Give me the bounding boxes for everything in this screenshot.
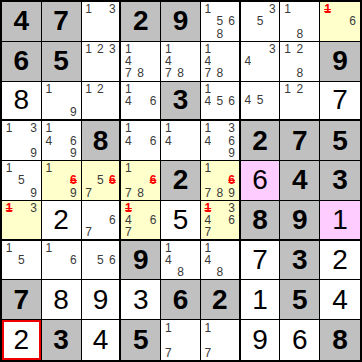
entered-digit: 9: [252, 326, 268, 354]
empty-candidate-slot: [226, 334, 238, 347]
candidate-1: 1: [122, 162, 134, 174]
empty-candidate-slot: [15, 226, 27, 238]
cell-r3c9[interactable]: 7: [320, 82, 360, 122]
cell-r3c1[interactable]: 8: [2, 82, 42, 122]
cell-r2c4[interactable]: 1478: [121, 42, 161, 82]
candidate-1: 1: [281, 43, 293, 55]
cell-r9c4[interactable]: 5: [121, 320, 161, 360]
pencil-marks: 12: [281, 83, 318, 119]
candidate-1: 1: [202, 321, 214, 334]
cell-r5c6[interactable]: 16789: [201, 161, 241, 201]
cell-r8c6[interactable]: 2: [201, 280, 241, 320]
empty-candidate-slot: [306, 95, 318, 107]
candidate-6: 6: [226, 135, 238, 147]
empty-candidate-slot: [55, 135, 67, 147]
candidate-1: 1: [281, 3, 293, 15]
empty-candidate-slot: [43, 187, 55, 199]
entered-digit: 8: [14, 86, 30, 114]
candidate-5: 5: [214, 95, 226, 107]
cell-r9c1[interactable]: 2: [2, 320, 42, 360]
cell-r4c8[interactable]: 7: [280, 121, 320, 161]
candidate-4: 4: [122, 135, 134, 147]
given-digit: 7: [292, 127, 308, 155]
empty-candidate-slot: [55, 162, 67, 174]
empty-candidate-slot: [135, 83, 147, 95]
empty-candidate-slot: [266, 83, 278, 95]
entered-digit: 1: [252, 286, 268, 314]
empty-candidate-slot: [187, 122, 199, 134]
candidate-1: 1: [3, 162, 15, 174]
candidate-1: 1: [122, 83, 134, 95]
empty-candidate-slot: [334, 15, 347, 27]
empty-candidate-slot: [135, 122, 147, 134]
cell-r9c5[interactable]: 17: [161, 320, 201, 360]
empty-candidate-slot: [187, 254, 199, 266]
candidate-8: 8: [294, 67, 306, 79]
cell-r5c3[interactable]: 567: [82, 161, 122, 201]
empty-candidate-slot: [83, 242, 95, 254]
candidate-6: 6: [67, 135, 79, 147]
empty-candidate-slot: [94, 226, 106, 238]
candidate-3: 3: [266, 3, 278, 15]
empty-candidate-slot: [242, 106, 254, 118]
cell-r8c5[interactable]: 6: [161, 280, 201, 320]
entered-digit: 8: [53, 286, 69, 314]
empty-candidate-slot: [254, 67, 266, 79]
candidate-1: 1: [3, 242, 15, 254]
pencil-marks: 146: [122, 83, 159, 119]
empty-candidate-slot: [106, 83, 118, 95]
given-digit: 3: [292, 246, 308, 274]
cell-r6c4[interactable]: 1467: [121, 201, 161, 241]
empty-candidate-slot: [266, 55, 278, 67]
given-digit: 9: [133, 246, 149, 274]
cell-r5c5[interactable]: 2: [161, 161, 201, 201]
given-digit: 7: [14, 286, 30, 314]
empty-candidate-slot: [214, 147, 226, 159]
candidate-7: 7: [202, 67, 214, 79]
empty-candidate-slot: [214, 122, 226, 134]
empty-candidate-slot: [28, 135, 40, 147]
cell-r6c7[interactable]: 8: [241, 201, 281, 241]
empty-candidate-slot: [306, 55, 318, 67]
empty-candidate-slot: [94, 202, 106, 214]
empty-candidate-slot: [242, 3, 254, 15]
cell-r5c2[interactable]: 169: [42, 161, 82, 201]
empty-candidate-slot: [15, 187, 27, 199]
cell-r6c3[interactable]: 67: [82, 201, 122, 241]
cell-r7c4[interactable]: 9: [121, 241, 161, 281]
empty-candidate-slot: [83, 55, 95, 67]
empty-candidate-slot: [226, 83, 238, 95]
empty-candidate-slot: [306, 67, 318, 79]
eliminated-candidate-6: 6: [106, 174, 118, 186]
candidate-9: 9: [226, 147, 238, 159]
cell-r8c3[interactable]: 9: [82, 280, 122, 320]
empty-candidate-slot: [214, 174, 226, 186]
empty-candidate-slot: [106, 106, 118, 118]
cell-r4c6[interactable]: 13469: [201, 121, 241, 161]
given-digit: 2: [133, 7, 149, 35]
entered-digit: 2: [14, 326, 30, 354]
cell-r6c2[interactable]: 2: [42, 201, 82, 241]
candidate-8: 8: [214, 28, 226, 40]
cell-r8c7[interactable]: 1: [241, 280, 281, 320]
empty-candidate-slot: [55, 266, 67, 278]
cell-r6c1[interactable]: 13: [2, 201, 42, 241]
cell-r4c3[interactable]: 8: [82, 121, 122, 161]
cell-r2c1[interactable]: 6: [2, 42, 42, 82]
empty-candidate-slot: [3, 147, 15, 159]
empty-candidate-slot: [266, 28, 278, 40]
pencil-marks: 1478: [162, 43, 199, 80]
entered-digit: 2: [332, 246, 348, 274]
cell-r5c8[interactable]: 4: [280, 161, 320, 201]
empty-candidate-slot: [294, 95, 306, 107]
empty-candidate-slot: [94, 266, 106, 278]
candidate-6: 6: [226, 15, 238, 27]
cell-r2c8[interactable]: 128: [280, 42, 320, 82]
empty-candidate-slot: [174, 122, 186, 134]
empty-candidate-slot: [266, 15, 278, 27]
pencil-marks: 1456: [202, 83, 238, 119]
given-digit: 9: [332, 47, 348, 75]
candidate-1: 1: [202, 3, 214, 15]
empty-candidate-slot: [83, 202, 95, 214]
empty-candidate-slot: [147, 43, 159, 55]
empty-candidate-slot: [202, 15, 214, 27]
cell-r5c4[interactable]: 1678: [121, 161, 161, 201]
empty-candidate-slot: [147, 122, 159, 134]
cell-r8c4[interactable]: 3: [121, 280, 161, 320]
empty-candidate-slot: [94, 28, 106, 40]
cell-r9c2[interactable]: 3: [42, 320, 82, 360]
empty-candidate-slot: [226, 67, 238, 79]
empty-candidate-slot: [55, 174, 67, 186]
empty-candidate-slot: [214, 226, 226, 238]
candidate-7: 7: [202, 346, 214, 359]
cell-r3c6[interactable]: 1456: [201, 82, 241, 122]
cell-r9c3[interactable]: 4: [82, 320, 122, 360]
cell-r3c7[interactable]: 45: [241, 82, 281, 122]
empty-candidate-slot: [122, 107, 134, 119]
empty-candidate-slot: [202, 266, 214, 278]
candidate-6: 6: [346, 15, 359, 27]
empty-candidate-slot: [83, 266, 95, 278]
empty-candidate-slot: [106, 226, 118, 238]
candidate-2: 2: [94, 43, 106, 55]
given-digit: 8: [93, 127, 109, 155]
cell-r7c1[interactable]: 15: [2, 241, 42, 281]
cell-r4c5[interactable]: 14: [161, 121, 201, 161]
cell-r7c8[interactable]: 3: [280, 241, 320, 281]
empty-candidate-slot: [187, 55, 199, 67]
cell-r1c7[interactable]: 35: [241, 2, 281, 42]
empty-candidate-slot: [83, 214, 95, 226]
pencil-marks: 1678: [122, 162, 159, 199]
candidate-8: 8: [214, 67, 226, 79]
cell-r1c1[interactable]: 4: [2, 2, 42, 42]
given-digit: 7: [53, 7, 69, 35]
empty-candidate-slot: [346, 28, 359, 40]
given-digit: 8: [332, 326, 348, 354]
empty-candidate-slot: [242, 28, 254, 40]
empty-candidate-slot: [122, 147, 134, 159]
empty-candidate-slot: [147, 55, 159, 67]
cell-r1c5[interactable]: 9: [161, 2, 201, 42]
empty-candidate-slot: [226, 43, 238, 55]
candidate-6: 6: [147, 95, 159, 107]
cell-r5c9[interactable]: 3: [320, 161, 360, 201]
empty-candidate-slot: [187, 147, 199, 159]
cell-r1c2[interactable]: 7: [42, 2, 82, 42]
empty-candidate-slot: [83, 95, 95, 107]
candidate-5: 5: [15, 254, 27, 266]
empty-candidate-slot: [55, 187, 67, 199]
pencil-marks: 45: [242, 83, 279, 119]
empty-candidate-slot: [28, 266, 40, 278]
pencil-marks: 159: [3, 162, 40, 199]
cell-r5c7[interactable]: 6: [241, 161, 281, 201]
empty-candidate-slot: [15, 202, 27, 214]
cell-r1c4[interactable]: 2: [121, 2, 161, 42]
cell-r4c7[interactable]: 2: [241, 121, 281, 161]
cell-r2c9[interactable]: 9: [320, 42, 360, 82]
pencil-marks: 12: [83, 83, 119, 119]
empty-candidate-slot: [226, 242, 238, 254]
empty-candidate-slot: [214, 214, 226, 226]
candidate-6: 6: [106, 214, 118, 226]
pencil-marks: 146: [122, 122, 159, 159]
given-digit: 3: [53, 326, 69, 354]
candidate-1: 1: [162, 122, 174, 134]
eliminated-candidate-1: 1: [3, 202, 15, 214]
cell-r5c1[interactable]: 159: [2, 161, 42, 201]
empty-candidate-slot: [135, 226, 147, 238]
empty-candidate-slot: [28, 162, 40, 174]
empty-candidate-slot: [135, 135, 147, 147]
candidate-1: 1: [122, 122, 134, 134]
empty-candidate-slot: [306, 106, 318, 118]
empty-candidate-slot: [254, 106, 266, 118]
empty-candidate-slot: [187, 346, 199, 359]
candidate-3: 3: [226, 122, 238, 134]
pencil-marks: 14: [162, 122, 199, 159]
cell-r2c2[interactable]: 5: [42, 42, 82, 82]
empty-candidate-slot: [226, 107, 238, 119]
empty-candidate-slot: [135, 95, 147, 107]
empty-candidate-slot: [15, 214, 27, 226]
cell-r6c5[interactable]: 5: [161, 201, 201, 241]
empty-candidate-slot: [94, 15, 106, 27]
cell-r3c8[interactable]: 12: [280, 82, 320, 122]
empty-candidate-slot: [306, 28, 318, 40]
empty-candidate-slot: [43, 254, 55, 266]
candidate-5: 5: [254, 94, 266, 106]
empty-candidate-slot: [55, 106, 67, 118]
cell-r2c3[interactable]: 123: [82, 42, 122, 82]
empty-candidate-slot: [226, 321, 238, 334]
candidate-4: 4: [122, 95, 134, 107]
cell-r2c7[interactable]: 34: [241, 42, 281, 82]
empty-candidate-slot: [281, 55, 293, 67]
empty-candidate-slot: [214, 83, 226, 95]
given-digit: 6: [14, 47, 30, 75]
empty-candidate-slot: [67, 122, 79, 134]
cell-r9c7[interactable]: 9: [241, 320, 281, 360]
cell-r3c4[interactable]: 146: [121, 82, 161, 122]
empty-candidate-slot: [187, 67, 199, 79]
empty-candidate-slot: [94, 106, 106, 118]
empty-candidate-slot: [135, 147, 147, 159]
given-digit: 9: [292, 206, 308, 234]
cell-r4c9[interactable]: 5: [320, 121, 360, 161]
empty-candidate-slot: [174, 334, 186, 347]
empty-candidate-slot: [3, 226, 15, 238]
candidate-9: 9: [226, 187, 238, 199]
empty-candidate-slot: [3, 254, 15, 266]
empty-candidate-slot: [306, 83, 318, 95]
empty-candidate-slot: [214, 321, 226, 334]
cell-r1c9[interactable]: 16: [320, 2, 360, 42]
candidate-1: 1: [281, 83, 293, 95]
cell-r4c4[interactable]: 146: [121, 121, 161, 161]
candidate-8: 8: [135, 187, 147, 199]
cell-r3c5[interactable]: 3: [161, 82, 201, 122]
candidate-1: 1: [43, 242, 55, 254]
cell-r6c8[interactable]: 9: [280, 201, 320, 241]
pencil-marks: 1469: [43, 122, 80, 159]
candidate-8: 8: [294, 28, 306, 40]
empty-candidate-slot: [83, 28, 95, 40]
cell-r7c3[interactable]: 56: [82, 241, 122, 281]
candidate-8: 8: [174, 266, 186, 278]
given-digit: 4: [292, 166, 308, 194]
empty-candidate-slot: [226, 226, 238, 238]
cell-r6c9[interactable]: 1: [320, 201, 360, 241]
candidate-6: 6: [147, 135, 159, 147]
empty-candidate-slot: [174, 346, 186, 359]
cell-r7c7[interactable]: 7: [241, 241, 281, 281]
pencil-marks: 35: [242, 3, 279, 40]
empty-candidate-slot: [174, 242, 186, 254]
candidate-5: 5: [214, 15, 226, 27]
cell-r1c8[interactable]: 18: [280, 2, 320, 42]
pencil-marks: 1478: [202, 43, 238, 80]
candidate-1: 1: [162, 321, 174, 334]
empty-candidate-slot: [135, 174, 147, 186]
empty-candidate-slot: [321, 15, 334, 27]
candidate-2: 2: [294, 83, 306, 95]
given-digit: 3: [332, 166, 348, 194]
candidate-8: 8: [214, 266, 226, 278]
empty-candidate-slot: [294, 106, 306, 118]
empty-candidate-slot: [281, 15, 293, 27]
empty-candidate-slot: [28, 174, 40, 186]
cell-r3c2[interactable]: 19: [42, 82, 82, 122]
empty-candidate-slot: [266, 94, 278, 106]
empty-candidate-slot: [3, 174, 15, 186]
eliminated-candidate-1: 1: [321, 3, 334, 15]
cell-r2c6[interactable]: 1478: [201, 42, 241, 82]
pencil-marks: 1467: [122, 202, 159, 238]
cell-r4c1[interactable]: 139: [2, 121, 42, 161]
empty-candidate-slot: [214, 202, 226, 214]
cell-r3c3[interactable]: 12: [82, 82, 122, 122]
empty-candidate-slot: [214, 334, 226, 347]
cell-r1c6[interactable]: 1568: [201, 2, 241, 42]
empty-candidate-slot: [242, 67, 254, 79]
cell-r2c5[interactable]: 1478: [161, 42, 201, 82]
empty-candidate-slot: [266, 67, 278, 79]
cell-r7c6[interactable]: 148: [201, 241, 241, 281]
cell-r8c9[interactable]: 4: [320, 280, 360, 320]
entered-digit: 3: [133, 286, 149, 314]
empty-candidate-slot: [43, 147, 55, 159]
empty-candidate-slot: [106, 95, 118, 107]
empty-candidate-slot: [15, 135, 27, 147]
candidate-7: 7: [202, 187, 214, 199]
empty-candidate-slot: [83, 67, 95, 79]
cell-r1c3[interactable]: 13: [82, 2, 122, 42]
empty-candidate-slot: [281, 106, 293, 118]
empty-candidate-slot: [55, 254, 67, 266]
empty-candidate-slot: [55, 122, 67, 134]
pencil-marks: 18: [281, 3, 318, 40]
candidate-9: 9: [67, 147, 79, 159]
cell-r6c6[interactable]: 13467: [201, 201, 241, 241]
candidate-6: 6: [147, 214, 159, 226]
cell-r8c2[interactable]: 8: [42, 280, 82, 320]
empty-candidate-slot: [15, 266, 27, 278]
empty-candidate-slot: [281, 67, 293, 79]
pencil-marks: 148: [162, 242, 199, 279]
given-digit: 5: [133, 326, 149, 354]
empty-candidate-slot: [94, 214, 106, 226]
cell-r8c8[interactable]: 5: [280, 280, 320, 320]
candidate-5: 5: [94, 174, 106, 186]
empty-candidate-slot: [306, 43, 318, 55]
empty-candidate-slot: [28, 226, 40, 238]
cell-r7c9[interactable]: 2: [320, 241, 360, 281]
empty-candidate-slot: [174, 135, 186, 147]
pencil-marks: 1478: [122, 43, 159, 80]
entered-digit: 4: [93, 326, 109, 354]
empty-candidate-slot: [94, 67, 106, 79]
empty-candidate-slot: [281, 28, 293, 40]
pencil-marks: 16: [321, 3, 359, 40]
empty-candidate-slot: [202, 174, 214, 186]
empty-candidate-slot: [254, 55, 266, 67]
entered-digit: 6: [252, 166, 268, 194]
candidate-1: 1: [202, 162, 214, 174]
empty-candidate-slot: [202, 334, 214, 347]
cell-r9c6[interactable]: 17: [201, 320, 241, 360]
empty-candidate-slot: [43, 266, 55, 278]
cell-r7c2[interactable]: 16: [42, 241, 82, 281]
cell-r7c5[interactable]: 148: [161, 241, 201, 281]
cell-r9c9[interactable]: 8: [320, 320, 360, 360]
cell-r4c2[interactable]: 1469: [42, 121, 82, 161]
empty-candidate-slot: [106, 266, 118, 278]
pencil-marks: 67: [83, 202, 119, 238]
cell-r8c1[interactable]: 7: [2, 280, 42, 320]
cell-r9c8[interactable]: 6: [280, 320, 320, 360]
entered-digit: 2: [53, 206, 69, 234]
empty-candidate-slot: [174, 321, 186, 334]
given-digit: 3: [173, 86, 189, 114]
candidate-4: 4: [43, 135, 55, 147]
